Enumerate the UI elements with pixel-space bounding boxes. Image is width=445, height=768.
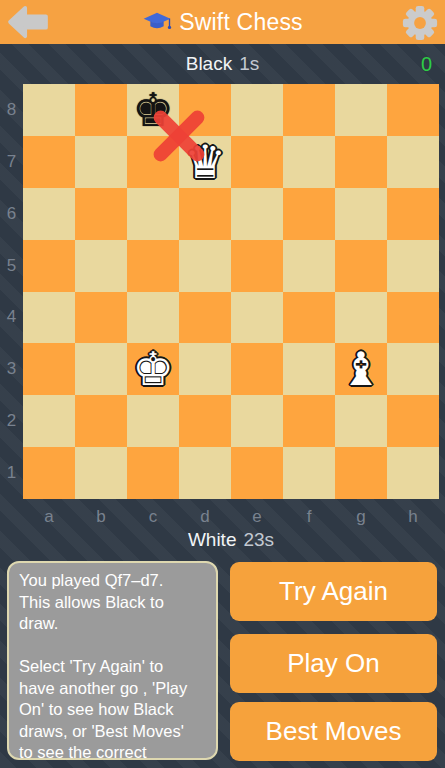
square-d5[interactable] [179, 240, 231, 292]
coach-message-box: You played Qf7–d7. This allows Black to … [7, 561, 218, 760]
file-label-b: b [75, 505, 127, 529]
square-g8[interactable] [335, 84, 387, 136]
square-g5[interactable] [335, 240, 387, 292]
file-labels: abcdefgh [23, 505, 439, 529]
square-c4[interactable] [127, 292, 179, 344]
square-a3[interactable] [23, 343, 75, 395]
square-g2[interactable] [335, 395, 387, 447]
square-b8[interactable] [75, 84, 127, 136]
square-b1[interactable] [75, 447, 127, 499]
square-e5[interactable] [231, 240, 283, 292]
square-b2[interactable] [75, 395, 127, 447]
square-b5[interactable] [75, 240, 127, 292]
square-b4[interactable] [75, 292, 127, 344]
square-a2[interactable] [23, 395, 75, 447]
black-time: 1s [239, 53, 259, 75]
piece-white-queen[interactable]: ♛ [184, 139, 225, 185]
page-title: Swift Chess [179, 9, 303, 36]
square-b6[interactable] [75, 188, 127, 240]
file-label-g: g [335, 505, 387, 529]
rank-label-1: 1 [0, 447, 23, 499]
try-again-button[interactable]: Try Again [230, 562, 437, 621]
square-d6[interactable] [179, 188, 231, 240]
square-a1[interactable] [23, 447, 75, 499]
app-bar: Swift Chess [0, 0, 445, 44]
square-b7[interactable] [75, 136, 127, 188]
settings-button[interactable] [399, 3, 441, 43]
square-e8[interactable] [231, 84, 283, 136]
square-d2[interactable] [179, 395, 231, 447]
file-label-h: h [387, 505, 439, 529]
square-f4[interactable] [283, 292, 335, 344]
white-clock-bar: White 23s [23, 529, 439, 551]
title-wrap: Swift Chess [142, 9, 303, 36]
square-d7[interactable]: ♛ [179, 136, 231, 188]
square-f6[interactable] [283, 188, 335, 240]
app-screen: Swift Chess Black 1s 0 87654321 ♚♛♚♝ [0, 0, 445, 768]
square-f5[interactable] [283, 240, 335, 292]
square-e6[interactable] [231, 188, 283, 240]
file-label-c: c [127, 505, 179, 529]
rank-label-2: 2 [0, 395, 23, 447]
square-g4[interactable] [335, 292, 387, 344]
file-label-e: e [231, 505, 283, 529]
square-h3[interactable] [387, 343, 439, 395]
square-h5[interactable] [387, 240, 439, 292]
file-label-d: d [179, 505, 231, 529]
square-f3[interactable] [283, 343, 335, 395]
square-f7[interactable] [283, 136, 335, 188]
rank-labels: 87654321 [0, 84, 23, 499]
back-arrow-icon [7, 5, 49, 39]
square-g6[interactable] [335, 188, 387, 240]
rank-label-3: 3 [0, 343, 23, 395]
coach-message-text: You played Qf7–d7. This allows Black to … [19, 570, 206, 760]
square-c8[interactable]: ♚ [127, 84, 179, 136]
black-clock-bar: Black 1s 0 [0, 44, 445, 84]
square-c6[interactable] [127, 188, 179, 240]
piece-white-bishop[interactable]: ♝ [340, 346, 381, 392]
square-a6[interactable] [23, 188, 75, 240]
square-h4[interactable] [387, 292, 439, 344]
play-on-button[interactable]: Play On [230, 634, 437, 693]
score-value: 0 [421, 44, 432, 84]
graduation-cap-icon [142, 10, 172, 34]
square-a5[interactable] [23, 240, 75, 292]
rank-label-4: 4 [0, 292, 23, 344]
square-e3[interactable] [231, 343, 283, 395]
square-d4[interactable] [179, 292, 231, 344]
piece-white-king[interactable]: ♚ [132, 346, 173, 392]
square-a4[interactable] [23, 292, 75, 344]
square-b3[interactable] [75, 343, 127, 395]
square-g3[interactable]: ♝ [335, 343, 387, 395]
rank-label-6: 6 [0, 188, 23, 240]
white-time: 23s [243, 529, 274, 551]
square-e7[interactable] [231, 136, 283, 188]
square-c2[interactable] [127, 395, 179, 447]
back-button[interactable] [6, 4, 50, 40]
square-f8[interactable] [283, 84, 335, 136]
square-d8[interactable] [179, 84, 231, 136]
chess-board[interactable]: ♚♛♚♝ [23, 84, 439, 499]
square-f2[interactable] [283, 395, 335, 447]
piece-black-king[interactable]: ♚ [132, 87, 173, 133]
square-d1[interactable] [179, 447, 231, 499]
square-h6[interactable] [387, 188, 439, 240]
square-c7[interactable] [127, 136, 179, 188]
square-g1[interactable] [335, 447, 387, 499]
rank-label-5: 5 [0, 240, 23, 292]
square-e2[interactable] [231, 395, 283, 447]
file-label-a: a [23, 505, 75, 529]
square-h1[interactable] [387, 447, 439, 499]
black-player-label: Black [186, 53, 232, 75]
square-c3[interactable]: ♚ [127, 343, 179, 395]
square-c5[interactable] [127, 240, 179, 292]
rank-label-8: 8 [0, 84, 23, 136]
best-moves-button[interactable]: Best Moves [230, 702, 437, 761]
square-h2[interactable] [387, 395, 439, 447]
square-h7[interactable] [387, 136, 439, 188]
square-a8[interactable] [23, 84, 75, 136]
square-h8[interactable] [387, 84, 439, 136]
square-d3[interactable] [179, 343, 231, 395]
square-e1[interactable] [231, 447, 283, 499]
square-g7[interactable] [335, 136, 387, 188]
gear-icon [401, 4, 439, 42]
rank-label-7: 7 [0, 136, 23, 188]
file-label-f: f [283, 505, 335, 529]
white-player-label: White [188, 529, 237, 551]
square-a7[interactable] [23, 136, 75, 188]
square-c1[interactable] [127, 447, 179, 499]
square-f1[interactable] [283, 447, 335, 499]
square-e4[interactable] [231, 292, 283, 344]
